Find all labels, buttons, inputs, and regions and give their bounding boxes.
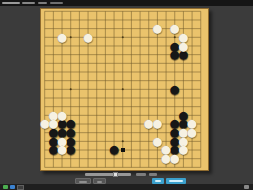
white-stone: ● <box>153 24 162 33</box>
black-stone: ● <box>170 137 179 146</box>
title-text-blob <box>38 2 47 4</box>
black-stone: ● <box>66 137 75 146</box>
blue-icon <box>10 185 15 189</box>
white-stone: ● <box>40 119 49 128</box>
black-stone: ● <box>170 119 179 128</box>
black-stone: ● <box>179 111 188 120</box>
white-stone: ● <box>179 137 188 146</box>
stone-layer: ●●●●●●●●●●●●●●●●●●●●●●●●●●●●●●●●●●●●●●●●… <box>40 7 205 172</box>
black-stone: ● <box>179 50 188 59</box>
move-counter <box>149 173 157 176</box>
black-stone: ● <box>66 119 75 128</box>
white-stone: ● <box>58 145 67 154</box>
title-text-blob <box>22 2 35 4</box>
white-stone: ● <box>153 137 162 146</box>
black-stone: ● <box>170 42 179 51</box>
right-glyph <box>244 185 249 189</box>
title-text-blob <box>50 2 63 4</box>
black-stone: ● <box>49 145 58 154</box>
white-stone: ● <box>84 33 93 42</box>
statusbar <box>0 184 253 190</box>
white-stone: ● <box>170 154 179 163</box>
black-stone: ● <box>170 85 179 94</box>
move-counter <box>136 173 146 176</box>
workspace: ●●●●●●●●●●●●●●●●●●●●●●●●●●●●●●●●●●●●●●●●… <box>0 6 253 172</box>
white-stone: ● <box>187 128 196 137</box>
white-stone: ● <box>179 128 188 137</box>
green-icon <box>3 185 8 189</box>
black-stone: ● <box>58 128 67 137</box>
white-stone: ● <box>179 33 188 42</box>
white-stone: ● <box>49 111 58 120</box>
go-board[interactable]: ●●●●●●●●●●●●●●●●●●●●●●●●●●●●●●●●●●●●●●●●… <box>40 8 209 171</box>
black-stone: ● <box>179 119 188 128</box>
square-marker <box>121 148 125 152</box>
white-stone: ● <box>162 154 171 163</box>
white-stone: ● <box>153 119 162 128</box>
title-text-blob <box>2 2 20 4</box>
black-stone: ● <box>66 128 75 137</box>
white-stone: ● <box>179 145 188 154</box>
black-stone: ● <box>58 119 67 128</box>
square-button[interactable] <box>17 185 24 190</box>
black-stone: ● <box>49 137 58 146</box>
white-stone: ● <box>162 145 171 154</box>
black-stone: ● <box>66 145 75 154</box>
black-stone: ● <box>170 50 179 59</box>
white-stone: ● <box>58 137 67 146</box>
white-stone: ● <box>58 33 67 42</box>
black-stone: ● <box>170 145 179 154</box>
white-stone: ● <box>58 111 67 120</box>
black-stone: ● <box>170 128 179 137</box>
white-stone: ● <box>49 119 58 128</box>
move-slider-thumb[interactable] <box>113 172 118 177</box>
go-editor-window: ●●●●●●●●●●●●●●●●●●●●●●●●●●●●●●●●●●●●●●●●… <box>0 0 253 190</box>
white-stone: ● <box>187 119 196 128</box>
white-stone: ● <box>170 24 179 33</box>
black-stone: ● <box>110 145 119 154</box>
white-stone: ● <box>144 119 153 128</box>
black-stone: ● <box>49 128 58 137</box>
move-slider-track[interactable] <box>85 173 131 176</box>
white-stone: ● <box>179 42 188 51</box>
